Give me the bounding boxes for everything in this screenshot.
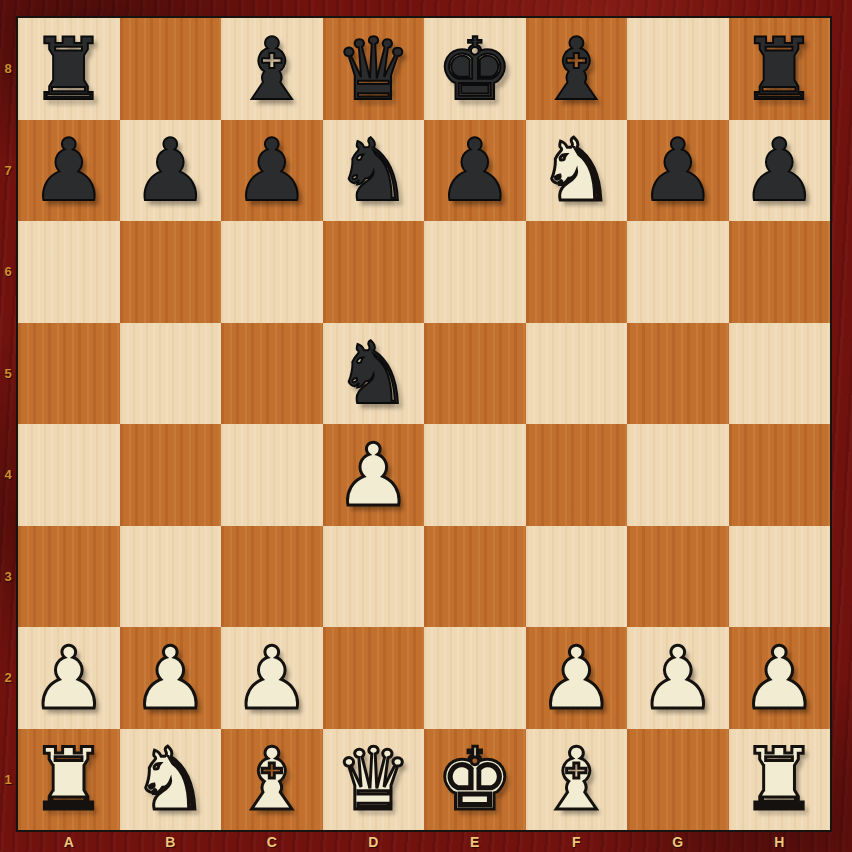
square-b4[interactable] bbox=[120, 424, 222, 526]
square-f4[interactable] bbox=[526, 424, 628, 526]
square-h1[interactable]: ♜ bbox=[729, 729, 831, 831]
square-g4[interactable] bbox=[627, 424, 729, 526]
file-label-d: D bbox=[323, 833, 425, 852]
piece-black-pawn-e7[interactable]: ♟ bbox=[424, 120, 526, 222]
square-b1[interactable]: ♞ bbox=[120, 729, 222, 831]
square-c7[interactable]: ♟ bbox=[221, 120, 323, 222]
piece-black-rook-a8[interactable]: ♜ bbox=[18, 18, 120, 120]
square-a3[interactable] bbox=[18, 526, 120, 628]
rank-label-3: 3 bbox=[0, 526, 16, 628]
square-f2[interactable]: ♟ bbox=[526, 627, 628, 729]
square-d2[interactable] bbox=[323, 627, 425, 729]
square-e3[interactable] bbox=[424, 526, 526, 628]
square-a4[interactable] bbox=[18, 424, 120, 526]
square-h7[interactable]: ♟ bbox=[729, 120, 831, 222]
piece-white-bishop-f1[interactable]: ♝ bbox=[526, 729, 628, 831]
square-e7[interactable]: ♟ bbox=[424, 120, 526, 222]
file-label-e: E bbox=[424, 833, 526, 852]
piece-black-king-e8[interactable]: ♚ bbox=[424, 18, 526, 120]
square-a1[interactable]: ♜ bbox=[18, 729, 120, 831]
square-f7[interactable]: ♞ bbox=[526, 120, 628, 222]
square-b5[interactable] bbox=[120, 323, 222, 425]
square-h4[interactable] bbox=[729, 424, 831, 526]
square-h2[interactable]: ♟ bbox=[729, 627, 831, 729]
square-a7[interactable]: ♟ bbox=[18, 120, 120, 222]
piece-black-pawn-b7[interactable]: ♟ bbox=[120, 120, 222, 222]
piece-black-pawn-h7[interactable]: ♟ bbox=[729, 120, 831, 222]
square-a6[interactable] bbox=[18, 221, 120, 323]
piece-white-rook-a1[interactable]: ♜ bbox=[18, 729, 120, 831]
square-c1[interactable]: ♝ bbox=[221, 729, 323, 831]
square-d4[interactable]: ♟ bbox=[323, 424, 425, 526]
piece-black-rook-h8[interactable]: ♜ bbox=[729, 18, 831, 120]
piece-white-knight-b1[interactable]: ♞ bbox=[120, 729, 222, 831]
rank-label-1: 1 bbox=[0, 729, 16, 831]
file-label-b: B bbox=[120, 833, 222, 852]
square-h5[interactable] bbox=[729, 323, 831, 425]
piece-white-rook-h1[interactable]: ♜ bbox=[729, 729, 831, 831]
square-g1[interactable] bbox=[627, 729, 729, 831]
square-g5[interactable] bbox=[627, 323, 729, 425]
piece-white-knight-f7[interactable]: ♞ bbox=[526, 120, 628, 222]
square-e4[interactable] bbox=[424, 424, 526, 526]
file-label-c: C bbox=[221, 833, 323, 852]
piece-white-pawn-d4[interactable]: ♟ bbox=[323, 424, 425, 526]
square-f8[interactable]: ♝ bbox=[526, 18, 628, 120]
square-d7[interactable]: ♞ bbox=[323, 120, 425, 222]
square-g3[interactable] bbox=[627, 526, 729, 628]
file-label-h: H bbox=[729, 833, 831, 852]
square-d5[interactable]: ♞ bbox=[323, 323, 425, 425]
square-d6[interactable] bbox=[323, 221, 425, 323]
square-g2[interactable]: ♟ bbox=[627, 627, 729, 729]
square-d8[interactable]: ♛ bbox=[323, 18, 425, 120]
piece-white-pawn-c2[interactable]: ♟ bbox=[221, 627, 323, 729]
chess-board-frame: ♜♝♛♚♝♜♟♟♟♞♟♞♟♟♞♟♟♟♟♟♟♟♜♞♝♛♚♝♜ 87654321 A… bbox=[0, 0, 852, 852]
piece-black-bishop-c8[interactable]: ♝ bbox=[221, 18, 323, 120]
square-f5[interactable] bbox=[526, 323, 628, 425]
piece-white-pawn-b2[interactable]: ♟ bbox=[120, 627, 222, 729]
square-d1[interactable]: ♛ bbox=[323, 729, 425, 831]
square-c8[interactable]: ♝ bbox=[221, 18, 323, 120]
square-g8[interactable] bbox=[627, 18, 729, 120]
piece-black-pawn-c7[interactable]: ♟ bbox=[221, 120, 323, 222]
rank-label-8: 8 bbox=[0, 18, 16, 120]
square-e6[interactable] bbox=[424, 221, 526, 323]
piece-white-pawn-f2[interactable]: ♟ bbox=[526, 627, 628, 729]
square-b8[interactable] bbox=[120, 18, 222, 120]
file-label-f: F bbox=[526, 833, 628, 852]
square-a2[interactable]: ♟ bbox=[18, 627, 120, 729]
square-b2[interactable]: ♟ bbox=[120, 627, 222, 729]
piece-black-knight-d7[interactable]: ♞ bbox=[323, 120, 425, 222]
piece-white-bishop-c1[interactable]: ♝ bbox=[221, 729, 323, 831]
square-h8[interactable]: ♜ bbox=[729, 18, 831, 120]
rank-label-4: 4 bbox=[0, 424, 16, 526]
square-g6[interactable] bbox=[627, 221, 729, 323]
square-e8[interactable]: ♚ bbox=[424, 18, 526, 120]
piece-white-pawn-g2[interactable]: ♟ bbox=[627, 627, 729, 729]
square-f6[interactable] bbox=[526, 221, 628, 323]
piece-black-bishop-f8[interactable]: ♝ bbox=[526, 18, 628, 120]
square-a5[interactable] bbox=[18, 323, 120, 425]
rank-label-7: 7 bbox=[0, 120, 16, 222]
piece-white-pawn-h2[interactable]: ♟ bbox=[729, 627, 831, 729]
square-e1[interactable]: ♚ bbox=[424, 729, 526, 831]
square-c3[interactable] bbox=[221, 526, 323, 628]
square-f3[interactable] bbox=[526, 526, 628, 628]
square-g7[interactable]: ♟ bbox=[627, 120, 729, 222]
rank-label-2: 2 bbox=[0, 627, 16, 729]
square-b6[interactable] bbox=[120, 221, 222, 323]
square-c4[interactable] bbox=[221, 424, 323, 526]
square-d3[interactable] bbox=[323, 526, 425, 628]
square-b3[interactable] bbox=[120, 526, 222, 628]
square-h3[interactable] bbox=[729, 526, 831, 628]
board-grid: ♜♝♛♚♝♜♟♟♟♞♟♞♟♟♞♟♟♟♟♟♟♟♜♞♝♛♚♝♜ bbox=[16, 16, 832, 832]
rank-label-6: 6 bbox=[0, 221, 16, 323]
square-h6[interactable] bbox=[729, 221, 831, 323]
square-c6[interactable] bbox=[221, 221, 323, 323]
square-e2[interactable] bbox=[424, 627, 526, 729]
file-label-g: G bbox=[627, 833, 729, 852]
square-c5[interactable] bbox=[221, 323, 323, 425]
square-c2[interactable]: ♟ bbox=[221, 627, 323, 729]
piece-white-king-e1[interactable]: ♚ bbox=[424, 729, 526, 831]
piece-black-knight-d5[interactable]: ♞ bbox=[323, 323, 425, 425]
square-e5[interactable] bbox=[424, 323, 526, 425]
square-a8[interactable]: ♜ bbox=[18, 18, 120, 120]
file-label-a: A bbox=[18, 833, 120, 852]
square-f1[interactable]: ♝ bbox=[526, 729, 628, 831]
piece-white-queen-d1[interactable]: ♛ bbox=[323, 729, 425, 831]
piece-white-pawn-a2[interactable]: ♟ bbox=[18, 627, 120, 729]
piece-black-pawn-g7[interactable]: ♟ bbox=[627, 120, 729, 222]
piece-black-pawn-a7[interactable]: ♟ bbox=[18, 120, 120, 222]
square-b7[interactable]: ♟ bbox=[120, 120, 222, 222]
piece-black-queen-d8[interactable]: ♛ bbox=[323, 18, 425, 120]
rank-label-5: 5 bbox=[0, 323, 16, 425]
